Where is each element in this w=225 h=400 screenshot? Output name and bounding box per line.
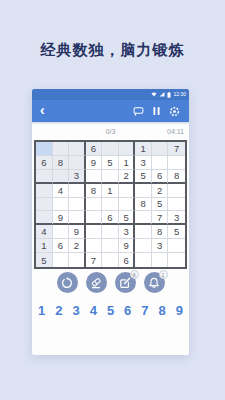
sudoku-cell[interactable] [86, 170, 103, 184]
sudoku-cell[interactable] [135, 225, 152, 239]
sudoku-cell[interactable] [168, 253, 185, 267]
wifi-icon [151, 92, 157, 97]
battery-icon [167, 92, 171, 98]
sudoku-cell[interactable] [102, 170, 119, 184]
undo-button[interactable] [57, 272, 78, 293]
sudoku-cell[interactable] [102, 225, 119, 239]
sudoku-cell[interactable] [36, 211, 53, 225]
sudoku-cell[interactable]: 2 [152, 184, 169, 198]
sudoku-cell[interactable]: 9 [53, 211, 70, 225]
sudoku-cell[interactable]: 5 [36, 253, 53, 267]
sudoku-cell[interactable] [168, 198, 185, 212]
sudoku-cell[interactable]: 5 [119, 211, 136, 225]
sudoku-cell[interactable] [53, 253, 70, 267]
status-time: 12:30 [173, 92, 186, 97]
sudoku-cell[interactable] [168, 184, 185, 198]
sudoku-cell[interactable]: 9 [69, 225, 86, 239]
sudoku-cell[interactable]: 4 [53, 184, 70, 198]
sudoku-cell[interactable] [69, 211, 86, 225]
eraser-icon [90, 277, 102, 289]
sudoku-cell[interactable]: 2 [69, 239, 86, 253]
gear-icon [169, 106, 180, 117]
feedback-button[interactable] [132, 105, 145, 118]
sudoku-cell[interactable] [135, 239, 152, 253]
sudoku-cell[interactable] [102, 239, 119, 253]
sudoku-cell[interactable] [69, 142, 86, 156]
pause-button[interactable] [150, 105, 163, 118]
sudoku-cell[interactable] [86, 239, 103, 253]
sudoku-cell[interactable]: 7 [86, 253, 103, 267]
numberpad-key-6[interactable]: 6 [124, 304, 131, 318]
notes-toggle-badge: 关 [130, 270, 139, 279]
sudoku-cell[interactable] [86, 211, 103, 225]
sudoku-cell[interactable] [36, 184, 53, 198]
hint-count-badge: 1 [159, 270, 168, 279]
sudoku-cell[interactable] [168, 156, 185, 170]
sudoku-cell[interactable] [53, 142, 70, 156]
sudoku-cell[interactable] [36, 198, 53, 212]
pencil-square-icon [119, 277, 131, 289]
sudoku-cell[interactable]: 6 [36, 156, 53, 170]
sudoku-cell[interactable] [102, 253, 119, 267]
sudoku-cell[interactable]: 9 [86, 156, 103, 170]
numberpad-key-5[interactable]: 5 [107, 304, 114, 318]
sudoku-cell[interactable]: 3 [69, 170, 86, 184]
numberpad-key-8[interactable]: 8 [159, 304, 166, 318]
app-bar: ‹ [32, 100, 189, 122]
sudoku-cell[interactable] [135, 211, 152, 225]
sudoku-cell[interactable]: 8 [152, 225, 169, 239]
sudoku-cell[interactable]: 3 [135, 156, 152, 170]
sudoku-cell[interactable] [135, 184, 152, 198]
numberpad-key-9[interactable]: 9 [176, 304, 183, 318]
sudoku-cell[interactable]: 1 [135, 142, 152, 156]
sudoku-grid: 61768951332568481285965734938516293576 [34, 140, 187, 269]
sudoku-cell[interactable]: 8 [86, 184, 103, 198]
sudoku-cell[interactable]: 3 [119, 225, 136, 239]
sudoku-cell[interactable] [69, 253, 86, 267]
sudoku-cell[interactable] [102, 142, 119, 156]
erase-button[interactable] [86, 272, 107, 293]
sudoku-cell[interactable]: 7 [152, 211, 169, 225]
timer: 04:11 [167, 128, 184, 135]
phone-screen: 12:30 ‹ 0/3 04:11 6176895133256848128596… [32, 89, 189, 355]
sudoku-cell[interactable]: 6 [53, 239, 70, 253]
sudoku-cell[interactable]: 6 [86, 142, 103, 156]
sudoku-cell[interactable]: 5 [135, 170, 152, 184]
settings-button[interactable] [168, 105, 181, 118]
numberpad-key-3[interactable]: 3 [72, 304, 79, 318]
mistakes-counter: 0/3 [32, 128, 189, 135]
sudoku-cell[interactable]: 7 [168, 142, 185, 156]
back-button[interactable]: ‹ [40, 103, 45, 117]
sudoku-cell[interactable]: 6 [119, 253, 136, 267]
chat-bubble-icon [133, 106, 144, 117]
numberpad: 123456789 [32, 304, 189, 318]
promo-headline: 经典数独，脑力锻炼 [0, 41, 225, 60]
sudoku-cell[interactable]: 3 [152, 239, 169, 253]
sudoku-cell[interactable]: 8 [168, 170, 185, 184]
sudoku-cell[interactable] [36, 170, 53, 184]
sudoku-cell[interactable]: 8 [53, 156, 70, 170]
sudoku-cell[interactable]: 1 [119, 156, 136, 170]
sudoku-cell[interactable] [119, 184, 136, 198]
sudoku-cell[interactable] [69, 198, 86, 212]
signal-icon [159, 92, 165, 97]
sudoku-cell[interactable]: 6 [152, 170, 169, 184]
sudoku-cell[interactable]: 6 [102, 211, 119, 225]
numberpad-key-2[interactable]: 2 [55, 304, 62, 318]
sudoku-cell[interactable] [102, 198, 119, 212]
sudoku-cell[interactable] [119, 142, 136, 156]
bell-icon [148, 277, 160, 289]
sudoku-cell[interactable]: 9 [119, 239, 136, 253]
sudoku-cell[interactable] [119, 198, 136, 212]
sudoku-cell[interactable]: 5 [102, 156, 119, 170]
sudoku-cell[interactable] [53, 198, 70, 212]
sudoku-cell[interactable] [69, 156, 86, 170]
sudoku-cell[interactable] [53, 170, 70, 184]
numberpad-key-4[interactable]: 4 [90, 304, 97, 318]
sudoku-cell[interactable] [86, 225, 103, 239]
sudoku-cell[interactable] [36, 142, 53, 156]
hint-button[interactable]: 1 [144, 272, 165, 293]
toolbar: 关 1 [32, 272, 189, 293]
sudoku-cell[interactable] [168, 239, 185, 253]
game-hud: 0/3 04:11 [32, 122, 189, 140]
sudoku-cell[interactable] [135, 253, 152, 267]
sudoku-cell[interactable] [86, 198, 103, 212]
sudoku-cell[interactable]: 1 [36, 239, 53, 253]
sudoku-cell[interactable]: 4 [36, 225, 53, 239]
numberpad-key-1[interactable]: 1 [38, 304, 45, 318]
numberpad-key-7[interactable]: 7 [141, 304, 148, 318]
pause-icon [152, 106, 161, 116]
sudoku-cell[interactable] [69, 184, 86, 198]
sudoku-cell[interactable]: 2 [119, 170, 136, 184]
sudoku-cell[interactable]: 1 [102, 184, 119, 198]
sudoku-cell[interactable] [152, 142, 169, 156]
sudoku-cell[interactable]: 5 [152, 198, 169, 212]
sudoku-cell[interactable] [152, 156, 169, 170]
sudoku-cell[interactable] [53, 225, 70, 239]
sudoku-cell[interactable]: 8 [135, 198, 152, 212]
status-bar: 12:30 [32, 89, 189, 100]
sudoku-cell[interactable] [152, 253, 169, 267]
undo-icon [61, 277, 73, 289]
notes-button[interactable]: 关 [115, 272, 136, 293]
sudoku-cell[interactable]: 5 [168, 225, 185, 239]
sudoku-cell[interactable]: 3 [168, 211, 185, 225]
